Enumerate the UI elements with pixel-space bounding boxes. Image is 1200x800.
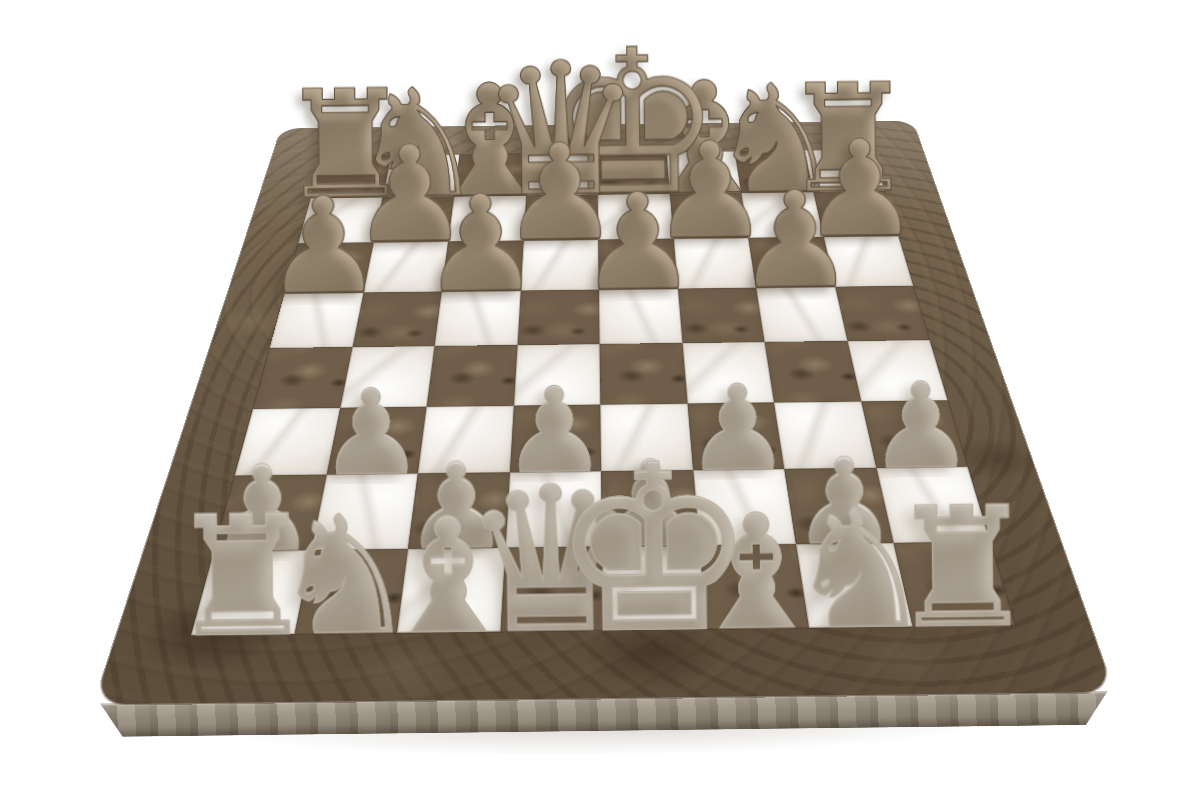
square-c6: ♟ xyxy=(442,241,524,292)
square-surface-f6 xyxy=(673,238,756,289)
square-e6: ♟ xyxy=(598,239,677,290)
square-e1: ♚ xyxy=(602,545,706,630)
square-d1: ♛ xyxy=(500,546,603,631)
square-surface-a2: ♟ xyxy=(214,475,326,551)
square-surface-a3 xyxy=(235,407,340,475)
square-c2: ♟ xyxy=(408,472,509,548)
square-h4 xyxy=(847,340,948,401)
square-f2 xyxy=(693,469,796,545)
square-h6 xyxy=(823,236,913,286)
square-surface-h2 xyxy=(876,467,990,543)
square-surface-h4 xyxy=(847,340,948,401)
square-g8: ♞ xyxy=(735,150,813,192)
square-surface-b3: ♟ xyxy=(326,406,426,474)
square-a5 xyxy=(270,292,364,348)
square-b4 xyxy=(340,346,435,407)
square-f5 xyxy=(677,287,764,342)
square-surface-d7: ♟ xyxy=(523,194,598,240)
square-e2: ♟ xyxy=(601,470,699,546)
square-b3: ♟ xyxy=(326,406,426,474)
square-surface-d4 xyxy=(513,344,600,405)
square-surface-f5 xyxy=(677,287,764,342)
square-surface-h7: ♟ xyxy=(813,191,898,237)
square-c3 xyxy=(418,405,514,473)
square-surface-c7 xyxy=(448,195,526,241)
square-surface-d2 xyxy=(505,471,602,547)
square-surface-b2 xyxy=(311,474,418,550)
square-surface-f1: ♝ xyxy=(699,544,809,629)
square-surface-f3: ♟ xyxy=(687,402,784,470)
square-g7 xyxy=(741,192,823,238)
square-e8: ♚ xyxy=(597,152,669,194)
square-surface-e7 xyxy=(598,194,674,240)
square-surface-h5 xyxy=(835,286,930,341)
square-f6 xyxy=(673,238,756,289)
square-g6: ♟ xyxy=(748,237,834,287)
square-a6: ♟ xyxy=(285,243,374,294)
square-surface-e3 xyxy=(600,403,692,471)
square-g4 xyxy=(765,341,861,402)
square-h8: ♜ xyxy=(804,149,885,191)
square-surface-f7: ♟ xyxy=(670,193,749,239)
square-surface-c4 xyxy=(427,345,517,406)
square-g3 xyxy=(774,401,876,469)
square-b8: ♞ xyxy=(382,155,459,198)
square-e5 xyxy=(599,288,682,344)
square-e3 xyxy=(600,403,692,471)
square-f4 xyxy=(682,342,774,403)
square-surface-b4 xyxy=(340,346,435,407)
square-surface-d5 xyxy=(517,289,599,345)
square-surface-g5 xyxy=(756,287,847,342)
square-b6 xyxy=(363,242,448,293)
square-g5 xyxy=(756,287,847,342)
square-surface-d1: ♛ xyxy=(500,546,603,631)
square-surface-c5 xyxy=(435,290,521,346)
square-surface-g1: ♞ xyxy=(796,543,912,628)
square-a4 xyxy=(253,347,352,409)
square-surface-c6: ♟ xyxy=(442,241,524,292)
square-surface-b6 xyxy=(363,242,448,293)
square-f3: ♟ xyxy=(687,402,784,470)
square-surface-f4 xyxy=(682,342,774,403)
square-h7: ♟ xyxy=(813,191,898,237)
square-surface-e8: ♚ xyxy=(597,152,669,194)
square-surface-b1: ♞ xyxy=(294,548,408,634)
square-surface-e5 xyxy=(599,288,682,344)
square-d5 xyxy=(517,289,599,345)
square-surface-a8: ♜ xyxy=(311,155,391,198)
square-c4 xyxy=(427,345,517,406)
square-a7 xyxy=(298,197,382,243)
square-b5 xyxy=(352,291,442,347)
square-surface-c3 xyxy=(418,405,514,473)
chess-board-slab: ♜♞♝♛♚♝♞♜♟♟♟♟♟♟♟♟♟♟♟♟♟♟♟♟♜♞♝♛♚♝♞♜ xyxy=(94,121,1114,705)
square-surface-g2: ♟ xyxy=(784,468,893,544)
square-e7 xyxy=(598,194,674,240)
square-surface-c2: ♟ xyxy=(408,472,509,548)
square-surface-d3: ♟ xyxy=(509,404,601,472)
square-b1: ♞ xyxy=(294,548,408,634)
square-surface-e6: ♟ xyxy=(598,239,677,290)
square-a3 xyxy=(235,407,340,475)
square-surface-d8: ♛ xyxy=(526,153,598,195)
square-g1: ♞ xyxy=(796,543,912,628)
square-surface-a5 xyxy=(270,292,364,348)
square-surface-a6: ♟ xyxy=(285,243,374,294)
square-surface-g7 xyxy=(741,192,823,238)
square-surface-b5 xyxy=(352,291,442,347)
square-d4 xyxy=(513,344,600,405)
square-surface-a4 xyxy=(253,347,352,409)
square-surface-e1: ♚ xyxy=(602,545,706,630)
square-c7 xyxy=(448,195,526,241)
chess-board: ♜♞♝♛♚♝♞♜♟♟♟♟♟♟♟♟♟♟♟♟♟♟♟♟♜♞♝♛♚♝♞♜ xyxy=(191,149,1015,635)
square-b2 xyxy=(311,474,418,550)
square-d3: ♟ xyxy=(509,404,601,472)
square-d6 xyxy=(520,240,599,291)
square-h5 xyxy=(835,286,930,341)
square-f1: ♝ xyxy=(699,544,809,629)
square-h2 xyxy=(876,467,990,543)
square-f8: ♝ xyxy=(666,151,741,193)
square-e4 xyxy=(600,343,688,404)
square-c1: ♝ xyxy=(397,547,505,632)
square-b7: ♟ xyxy=(373,196,454,242)
square-surface-g6: ♟ xyxy=(748,237,834,287)
square-surface-f2 xyxy=(693,469,796,545)
square-surface-g3 xyxy=(774,401,876,469)
square-surface-b7: ♟ xyxy=(373,196,454,242)
square-surface-h6 xyxy=(823,236,913,286)
square-h1: ♜ xyxy=(893,541,1015,626)
square-surface-h1: ♜ xyxy=(893,541,1015,626)
square-surface-g8: ♞ xyxy=(735,150,813,192)
product-photo-background: ♜♞♝♛♚♝♞♜♟♟♟♟♟♟♟♟♟♟♟♟♟♟♟♟♜♞♝♛♚♝♞♜ xyxy=(0,0,1200,800)
square-surface-a1: ♜ xyxy=(191,550,311,636)
square-surface-e4 xyxy=(600,343,688,404)
square-surface-b8: ♞ xyxy=(382,155,459,198)
square-c8: ♝ xyxy=(454,154,528,196)
square-d2 xyxy=(505,471,602,547)
square-surface-f8: ♝ xyxy=(666,151,741,193)
scene: ♜♞♝♛♚♝♞♜♟♟♟♟♟♟♟♟♟♟♟♟♟♟♟♟♜♞♝♛♚♝♞♜ xyxy=(0,0,1200,800)
square-surface-c1: ♝ xyxy=(397,547,505,632)
square-surface-d6 xyxy=(520,240,599,291)
square-d7: ♟ xyxy=(523,194,598,240)
square-surface-a7 xyxy=(298,197,382,243)
square-a1: ♜ xyxy=(191,550,311,636)
square-g2: ♟ xyxy=(784,468,893,544)
square-c5 xyxy=(435,290,521,346)
square-surface-g4 xyxy=(765,341,861,402)
square-surface-h8: ♜ xyxy=(804,149,885,191)
square-surface-e2: ♟ xyxy=(601,470,699,546)
square-surface-c8: ♝ xyxy=(454,154,528,196)
square-h3: ♟ xyxy=(861,400,968,468)
square-a2: ♟ xyxy=(214,475,326,551)
square-a8: ♜ xyxy=(311,155,391,198)
square-d8: ♛ xyxy=(526,153,598,195)
square-f7: ♟ xyxy=(670,193,749,239)
square-surface-h3: ♟ xyxy=(861,400,968,468)
